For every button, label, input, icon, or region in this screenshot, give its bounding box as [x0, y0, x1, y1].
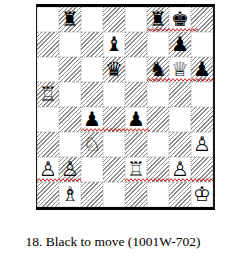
- square-d8: [103, 7, 125, 32]
- square-g5: [169, 82, 191, 107]
- square-b4: [59, 107, 81, 132]
- square-f6: ♞: [147, 57, 169, 82]
- square-g1: [169, 182, 191, 207]
- square-f7: [147, 32, 169, 57]
- square-f1: [147, 182, 169, 207]
- white-rook-piece: ♖: [39, 84, 57, 104]
- square-c5: [81, 82, 103, 107]
- square-b8: ♜: [59, 7, 81, 32]
- black-king-piece: ♚: [171, 9, 189, 29]
- square-d1: [103, 182, 125, 207]
- black-rook-piece: ♜: [149, 9, 167, 29]
- square-f5: [147, 82, 169, 107]
- square-f3: [147, 132, 169, 157]
- square-d2: [103, 157, 125, 182]
- white-pawn-piece: ♙: [193, 134, 211, 154]
- square-d6: ♛: [103, 57, 125, 82]
- square-e4: ♟: [125, 107, 147, 132]
- square-a6: [37, 57, 59, 82]
- square-d4: [103, 107, 125, 132]
- square-f2: [147, 157, 169, 182]
- square-f4: [147, 107, 169, 132]
- black-knight-piece: ♞: [149, 59, 167, 79]
- square-a5: ♖: [37, 82, 59, 107]
- square-g6: ♕: [169, 57, 191, 82]
- square-a1: [37, 182, 59, 207]
- square-d5: [103, 82, 125, 107]
- square-c8: [81, 7, 103, 32]
- black-pawn-piece: ♟: [171, 34, 189, 54]
- white-pawn-piece: ♙: [39, 159, 57, 179]
- square-b6: [59, 57, 81, 82]
- square-f8: ♜: [147, 7, 169, 32]
- white-pawn-piece: ♙: [171, 159, 189, 179]
- square-h2: [191, 157, 213, 182]
- square-e5: [125, 82, 147, 107]
- black-pawn-piece: ♟: [127, 109, 145, 129]
- square-h6: ♟: [191, 57, 213, 82]
- square-b5: [59, 82, 81, 107]
- square-a7: [37, 32, 59, 57]
- square-e3: [125, 132, 147, 157]
- square-a3: [37, 132, 59, 157]
- square-e1: [125, 182, 147, 207]
- square-g4: [169, 107, 191, 132]
- black-pawn-piece: ♟: [193, 59, 211, 79]
- square-e6: [125, 57, 147, 82]
- square-h7: [191, 32, 213, 57]
- square-c1: [81, 182, 103, 207]
- square-g7: ♟: [169, 32, 191, 57]
- square-e8: [125, 7, 147, 32]
- chess-board: ♜♜♚♝♟♛♞♕♟♖♟♟♘♙♙♙♖♙♗♔: [37, 7, 213, 207]
- page: ♜♜♚♝♟♛♞♕♟♖♟♟♘♙♙♙♖♙♗♔ 18. Black to move (…: [0, 0, 226, 260]
- square-b7: [59, 32, 81, 57]
- square-c3: ♘: [81, 132, 103, 157]
- square-b1: ♗: [59, 182, 81, 207]
- square-a8: [37, 7, 59, 32]
- square-d7: ♝: [103, 32, 125, 57]
- black-queen-piece: ♛: [105, 59, 123, 79]
- white-knight-piece: ♘: [83, 134, 101, 154]
- square-h1: ♔: [191, 182, 213, 207]
- square-d3: [103, 132, 125, 157]
- white-bishop-piece: ♗: [61, 184, 79, 204]
- square-h4: [191, 107, 213, 132]
- black-rook-piece: ♜: [61, 9, 79, 29]
- white-pawn-piece: ♙: [61, 159, 79, 179]
- square-g2: ♙: [169, 157, 191, 182]
- square-c6: [81, 57, 103, 82]
- square-h8: [191, 7, 213, 32]
- square-e2: ♖: [125, 157, 147, 182]
- white-queen-piece: ♕: [171, 59, 189, 79]
- chess-board-frame: ♜♜♚♝♟♛♞♕♟♖♟♟♘♙♙♙♖♙♗♔: [36, 4, 215, 210]
- white-king-piece: ♔: [193, 184, 211, 204]
- black-pawn-piece: ♟: [83, 109, 101, 129]
- white-rook-piece: ♖: [127, 159, 145, 179]
- square-a2: ♙: [37, 157, 59, 182]
- square-b2: ♙: [59, 157, 81, 182]
- square-c2: [81, 157, 103, 182]
- square-b3: [59, 132, 81, 157]
- square-g8: ♚: [169, 7, 191, 32]
- square-a4: [37, 107, 59, 132]
- square-e7: [125, 32, 147, 57]
- square-h3: ♙: [191, 132, 213, 157]
- black-bishop-piece: ♝: [105, 34, 123, 54]
- diagram-caption: 18. Black to move (1001W-702): [0, 234, 226, 250]
- square-c7: [81, 32, 103, 57]
- square-c4: ♟: [81, 107, 103, 132]
- square-g3: [169, 132, 191, 157]
- square-h5: [191, 82, 213, 107]
